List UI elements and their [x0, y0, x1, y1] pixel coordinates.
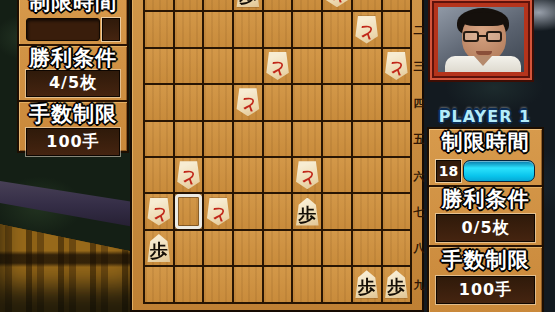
board-cell[interactable] — [145, 0, 175, 12]
board-cell[interactable] — [175, 0, 205, 12]
board-cell[interactable] — [353, 231, 383, 267]
black-pawn-piece[interactable]: 歩 — [355, 270, 379, 298]
player-moves-label: 手数制限 — [429, 250, 542, 271]
opponent-victory-value: 4/5枚 — [26, 70, 120, 97]
board-cell[interactable] — [175, 49, 205, 85]
player-panel: 制限時間 18 勝利条件 0/5枚 手数制限 100手 — [427, 127, 544, 312]
board-cell[interactable] — [293, 49, 323, 85]
player-victory-label: 勝利条件 — [429, 189, 542, 210]
board-cell[interactable] — [234, 12, 264, 48]
player-victory-value: 0/5枚 — [436, 214, 535, 242]
board-cell[interactable] — [204, 0, 234, 12]
rank-label: 六 — [413, 158, 425, 194]
board-cell[interactable] — [204, 267, 234, 303]
board-cell[interactable] — [234, 194, 264, 230]
board-cell[interactable] — [323, 12, 353, 48]
board-cell[interactable]: と — [353, 12, 383, 48]
board-cell[interactable] — [383, 122, 413, 158]
board-cell[interactable] — [293, 85, 323, 121]
board-cell[interactable] — [204, 85, 234, 121]
board-cell[interactable] — [204, 231, 234, 267]
board-cell[interactable] — [264, 122, 294, 158]
board-cell[interactable] — [353, 194, 383, 230]
board-cell[interactable] — [145, 122, 175, 158]
opponent-moves-value: 100手 — [26, 128, 120, 156]
board-cell[interactable]: 歩 — [234, 0, 264, 12]
board-cell[interactable] — [264, 158, 294, 194]
red-tokin-piece[interactable]: と — [236, 88, 260, 116]
opponent-time-bar — [26, 18, 100, 41]
board-cell[interactable] — [145, 49, 175, 85]
player-time-label: 制限時間 — [429, 132, 542, 153]
board-cell[interactable] — [383, 85, 413, 121]
board-cell[interactable] — [145, 12, 175, 48]
piece-kanji: と — [210, 207, 226, 223]
board-cell[interactable] — [204, 49, 234, 85]
board-cell[interactable] — [234, 267, 264, 303]
opponent-time-value-box — [102, 18, 120, 41]
red-tokin-piece[interactable]: と — [384, 52, 408, 80]
board-cell[interactable] — [264, 267, 294, 303]
board-grid: 歩ととととととととと歩歩歩歩 — [143, 0, 412, 304]
board-cell[interactable] — [383, 194, 413, 230]
player-name: PLAYER 1 — [431, 107, 539, 126]
board-cell[interactable] — [353, 122, 383, 158]
board-cell[interactable] — [323, 267, 353, 303]
board-cell[interactable]: と — [264, 49, 294, 85]
rank-label: 八 — [413, 231, 425, 267]
board-cell[interactable] — [234, 122, 264, 158]
board-cell[interactable] — [383, 231, 413, 267]
rank-labels: 一二三四五六七八九 — [413, 0, 425, 304]
piece-kanji: 歩 — [150, 242, 168, 260]
board-cell[interactable]: と — [293, 158, 323, 194]
piece-kanji: と — [240, 97, 256, 113]
black-pawn-piece[interactable]: 歩 — [147, 234, 171, 262]
board-cell[interactable] — [264, 0, 294, 12]
player-portrait — [428, 0, 534, 82]
board-cell[interactable] — [175, 122, 205, 158]
board-cell[interactable] — [383, 12, 413, 48]
portrait-photo — [438, 7, 524, 72]
board-cell[interactable] — [234, 158, 264, 194]
rank-label: 七 — [413, 194, 425, 230]
piece-kanji: と — [388, 61, 404, 77]
opponent-panel: 制限時間 勝利条件 4/5枚 手数制限 100手 — [17, 0, 129, 153]
red-tokin-piece[interactable]: と — [325, 0, 349, 7]
player-time-row: 18 — [436, 160, 535, 182]
board-cell[interactable] — [264, 12, 294, 48]
player-time-value: 18 — [436, 160, 461, 182]
board-cell[interactable] — [353, 49, 383, 85]
game-screen: 歩ととととととととと歩歩歩歩 一二三四五六七八九 制限時間 勝利条件 4/5枚 … — [0, 0, 555, 312]
board-cell[interactable] — [293, 231, 323, 267]
board-cell[interactable]: と — [383, 49, 413, 85]
board-cell[interactable] — [383, 158, 413, 194]
board-cell[interactable] — [234, 231, 264, 267]
board-cell[interactable] — [204, 122, 234, 158]
glasses-right-lens — [486, 31, 502, 42]
glasses-bridge — [479, 35, 486, 37]
cursor-highlight — [175, 194, 203, 228]
board-cell[interactable] — [204, 12, 234, 48]
board-cell[interactable] — [175, 85, 205, 121]
board-cell[interactable]: 歩 — [293, 194, 323, 230]
board-cell[interactable] — [175, 267, 205, 303]
board-cell[interactable] — [264, 231, 294, 267]
black-pawn-piece[interactable]: 歩 — [295, 198, 319, 226]
piece-kanji: 歩 — [239, 0, 257, 5]
board-cell[interactable] — [145, 267, 175, 303]
red-tokin-piece[interactable]: と — [147, 198, 171, 226]
rank-label: 三 — [413, 49, 425, 85]
board-cell[interactable]: と — [234, 85, 264, 121]
red-tokin-piece[interactable]: と — [206, 198, 230, 226]
board-cell[interactable] — [323, 85, 353, 121]
board-cell[interactable]: と — [204, 194, 234, 230]
piece-kanji: 歩 — [387, 278, 405, 296]
board-cell[interactable] — [293, 0, 323, 12]
red-tokin-piece[interactable]: と — [355, 16, 379, 44]
board-cell[interactable] — [323, 122, 353, 158]
piece-kanji: と — [329, 0, 345, 4]
board-cell[interactable]: 歩 — [145, 231, 175, 267]
portrait-mouth — [476, 51, 492, 55]
piece-kanji: と — [151, 207, 167, 223]
rank-label: 四 — [413, 85, 425, 121]
board-cell[interactable] — [175, 12, 205, 48]
piece-kanji: と — [358, 25, 374, 41]
board-cell[interactable]: 歩 — [353, 267, 383, 303]
shogi-board: 歩ととととととととと歩歩歩歩 一二三四五六七八九 — [130, 0, 424, 312]
portrait-fringe — [462, 12, 506, 26]
piece-kanji: と — [180, 170, 196, 186]
board-cell[interactable] — [264, 194, 294, 230]
opponent-victory-label: 勝利条件 — [19, 48, 127, 69]
board-cell[interactable] — [145, 85, 175, 121]
board-cell[interactable] — [323, 194, 353, 230]
red-tokin-piece[interactable]: と — [295, 161, 319, 189]
piece-kanji: 歩 — [358, 278, 376, 296]
piece-kanji: 歩 — [298, 206, 316, 224]
board-cell[interactable]: と — [145, 194, 175, 230]
glasses-left-lens — [463, 31, 479, 42]
rank-label: 九 — [413, 267, 425, 303]
board-cell[interactable] — [293, 267, 323, 303]
piece-kanji: と — [299, 170, 315, 186]
board-cell[interactable] — [293, 122, 323, 158]
red-tokin-piece[interactable]: と — [266, 52, 290, 80]
board-cell[interactable] — [383, 0, 413, 12]
board-cell[interactable] — [234, 49, 264, 85]
black-pawn-piece[interactable]: 歩 — [384, 270, 408, 298]
board-cell[interactable] — [323, 158, 353, 194]
black-pawn-piece[interactable]: 歩 — [236, 0, 260, 7]
board-cell[interactable] — [204, 158, 234, 194]
opponent-time-label: 制限時間 — [19, 0, 127, 13]
piece-kanji: と — [269, 61, 285, 77]
board-cell[interactable] — [353, 158, 383, 194]
red-tokin-piece[interactable]: と — [177, 161, 201, 189]
board-cell[interactable]: 歩 — [383, 267, 413, 303]
board-cell[interactable] — [175, 194, 205, 230]
player-time-bar — [463, 160, 535, 182]
board-cell[interactable] — [175, 231, 205, 267]
rank-label: 二 — [413, 12, 425, 48]
board-cell[interactable] — [145, 158, 175, 194]
opponent-time-row — [26, 18, 120, 41]
board-cell[interactable] — [264, 85, 294, 121]
opponent-moves-label: 手数制限 — [19, 104, 127, 125]
board-cell[interactable] — [353, 85, 383, 121]
board-cell[interactable] — [353, 0, 383, 12]
rank-label: 一 — [413, 0, 425, 12]
board-cell[interactable]: と — [175, 158, 205, 194]
board-cell[interactable] — [323, 49, 353, 85]
board-cell[interactable]: と — [323, 0, 353, 12]
board-cell[interactable] — [293, 12, 323, 48]
board-cell[interactable] — [323, 231, 353, 267]
player-moves-value: 100手 — [436, 276, 535, 304]
rank-label: 五 — [413, 122, 425, 158]
